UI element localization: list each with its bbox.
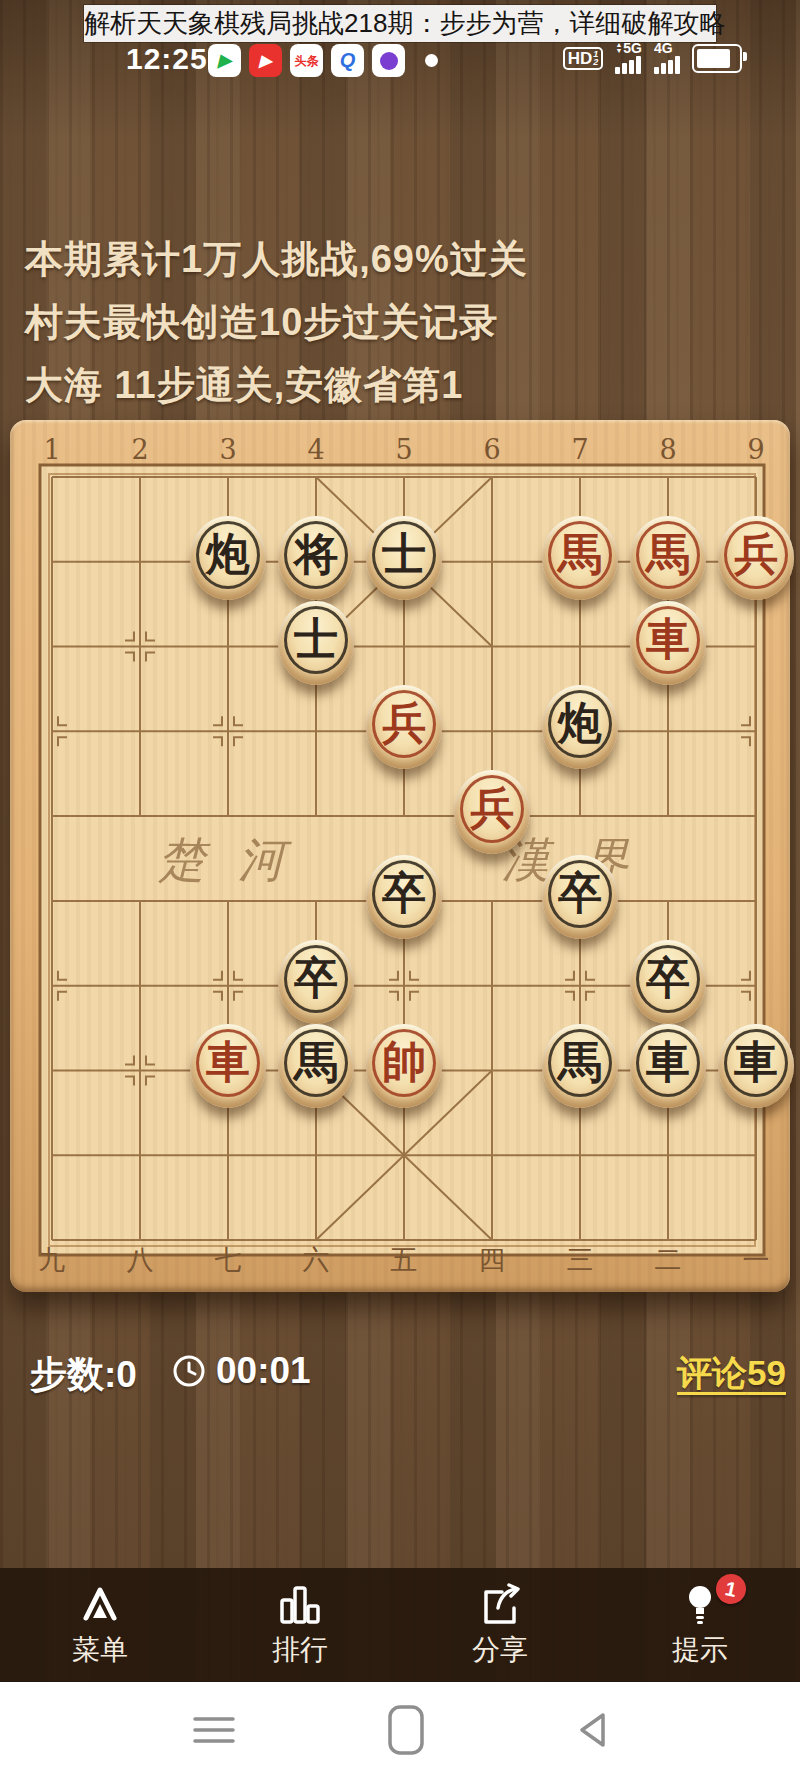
stats-line-3: 大海 11步通关,安徽省第1 — [25, 354, 528, 417]
piece-black-馬[interactable]: 馬 — [542, 1024, 618, 1108]
piece-black-炮[interactable]: 炮 — [542, 685, 618, 769]
comments-link[interactable]: 评论59 — [677, 1350, 786, 1397]
move-counter: 步数:0 — [30, 1350, 137, 1400]
updown-arrows-icon: ▲▼ — [615, 42, 622, 54]
clock-icon — [172, 1354, 206, 1388]
recents-menu-icon[interactable] — [191, 1713, 237, 1747]
ranking-icon — [276, 1582, 324, 1626]
ranking-button[interactable]: 排行 — [200, 1568, 400, 1682]
piece-black-卒[interactable]: 卒 — [630, 940, 706, 1024]
menu-button[interactable]: 菜单 — [0, 1568, 200, 1682]
piece-red-帥[interactable]: 帥 — [366, 1024, 442, 1108]
piece-black-卒[interactable]: 卒 — [366, 855, 442, 939]
hint-button[interactable]: 提示 1 — [600, 1568, 800, 1682]
signal-bars-icon — [615, 56, 641, 74]
sim1-signal: ▲▼5G — [615, 42, 642, 74]
piece-black-士[interactable]: 士 — [278, 601, 354, 685]
notification-dot-icon — [425, 54, 438, 67]
piece-red-車[interactable]: 車 — [190, 1024, 266, 1108]
purple-circle-app-icon — [372, 44, 405, 77]
bottom-nav: 菜单 排行 分享 提示 1 — [0, 1568, 800, 1682]
status-indicators: HD 12 ▲▼5G 4G — [563, 42, 742, 74]
menu-icon — [76, 1582, 124, 1626]
home-icon[interactable] — [387, 1704, 425, 1756]
piece-layer: 炮将士馬馬兵士車兵炮兵卒卒卒卒車馬帥馬車車 — [10, 420, 790, 1292]
piece-red-馬[interactable]: 馬 — [630, 516, 706, 600]
piece-black-将[interactable]: 将 — [278, 516, 354, 600]
challenge-stats: 本期累计1万人挑战,69%过关 村夫最快创造10步过关记录 大海 11步通关,安… — [25, 228, 528, 417]
battery-icon — [692, 44, 742, 73]
piece-black-卒[interactable]: 卒 — [542, 855, 618, 939]
quark-search-icon: Q — [331, 44, 364, 77]
xiangqi-board[interactable]: 楚河 漢界 123456789 九八七六五四三二一 炮将士馬馬兵士車兵炮兵卒卒卒… — [10, 420, 790, 1292]
status-bar: 12:25 ▶ ▶ 头条 Q HD 12 ▲▼5G 4G — [0, 40, 800, 80]
piece-black-馬[interactable]: 馬 — [278, 1024, 354, 1108]
notification-icons: ▶ ▶ 头条 Q — [208, 44, 438, 77]
piece-black-炮[interactable]: 炮 — [190, 516, 266, 600]
piece-red-兵[interactable]: 兵 — [718, 516, 794, 600]
piece-black-卒[interactable]: 卒 — [278, 940, 354, 1024]
piece-black-車[interactable]: 車 — [718, 1024, 794, 1108]
piece-red-兵[interactable]: 兵 — [454, 770, 530, 854]
red-play-icon: ▶ — [249, 44, 282, 77]
page-title: 解析天天象棋残局挑战218期：步步为营，详细破解攻略 — [84, 5, 716, 42]
clock-time: 12:25 — [126, 42, 208, 76]
back-icon[interactable] — [575, 1711, 609, 1749]
piece-red-兵[interactable]: 兵 — [366, 685, 442, 769]
android-navigation-bar — [0, 1682, 800, 1778]
share-button[interactable]: 分享 — [400, 1568, 600, 1682]
info-bar: 步数:0 00:01 评论59 — [0, 1350, 800, 1404]
stats-line-1: 本期累计1万人挑战,69%过关 — [25, 228, 528, 291]
toutiao-icon: 头条 — [290, 44, 323, 77]
piece-red-車[interactable]: 車 — [630, 601, 706, 685]
timer: 00:01 — [216, 1350, 311, 1392]
tencent-video-icon: ▶ — [208, 44, 241, 77]
piece-black-車[interactable]: 車 — [630, 1024, 706, 1108]
hd-volte-icon: HD 12 — [563, 47, 604, 70]
share-icon — [476, 1582, 524, 1626]
stats-line-2: 村夫最快创造10步过关记录 — [25, 291, 528, 354]
signal-bars-icon — [654, 56, 680, 74]
piece-black-士[interactable]: 士 — [366, 516, 442, 600]
piece-red-馬[interactable]: 馬 — [542, 516, 618, 600]
sim2-signal: 4G — [654, 42, 680, 74]
